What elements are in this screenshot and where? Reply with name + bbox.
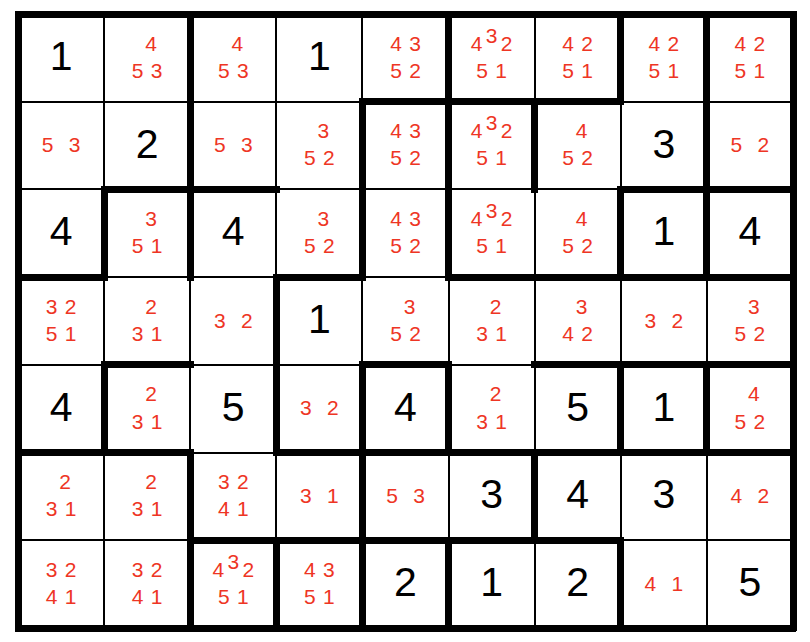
region-border — [531, 537, 624, 544]
cell-r6c4[interactable]: 31 — [276, 453, 362, 541]
given-value: 3 — [621, 123, 707, 164]
candidate-row: 42 — [621, 32, 707, 56]
candidate-row: 4 — [190, 32, 276, 56]
candidate-digit: 3 — [299, 484, 312, 508]
region-border — [359, 537, 366, 632]
region-border — [445, 449, 538, 456]
candidate-row: 43 — [362, 32, 448, 56]
cell-r3c8[interactable]: 1 — [621, 189, 707, 277]
candidate-digit: 3 — [317, 207, 330, 231]
cell-r4c2[interactable]: 231 — [104, 277, 190, 365]
region-border — [15, 537, 22, 632]
cell-r3c4[interactable]: 352 — [276, 189, 362, 277]
given-value: 4 — [362, 387, 448, 428]
candidate-digit: 5 — [476, 234, 489, 258]
region-border — [359, 98, 452, 105]
candidate-digit: 3 — [68, 133, 81, 157]
cell-r6c2[interactable]: 231 — [104, 453, 190, 541]
candidate-row: 52 — [707, 322, 793, 346]
candidate-digit: 2 — [236, 470, 249, 494]
cell-r1c5[interactable]: 4352 — [362, 14, 448, 102]
region-border — [273, 537, 280, 632]
candidate-row: 43 — [362, 207, 448, 231]
candidate-row: 32 — [18, 295, 104, 319]
region-border — [359, 98, 366, 193]
region-border — [187, 98, 194, 193]
cell-r5c1[interactable]: 4 — [18, 365, 104, 453]
cell-r3c5[interactable]: 4352 — [362, 189, 448, 277]
candidate-digit: 3 — [213, 309, 226, 333]
cell-r2c1[interactable]: 53 — [18, 102, 104, 190]
region-border — [790, 98, 797, 193]
cell-r6c9[interactable]: 42 — [707, 453, 793, 541]
candidate-digit: 1 — [64, 322, 77, 346]
candidate-digit: 1 — [150, 497, 163, 521]
cell-r4c8[interactable]: 32 — [621, 277, 707, 365]
candidate-digit: 4 — [470, 207, 483, 231]
region-border — [617, 537, 624, 632]
candidate-row: 432 — [190, 558, 276, 582]
region-border — [15, 11, 22, 106]
region-border — [617, 361, 624, 456]
region-border — [445, 625, 538, 632]
region-border — [531, 449, 624, 456]
candidate-row: 2 — [104, 295, 190, 319]
region-border — [703, 361, 796, 368]
cell-r1c3[interactable]: 453 — [190, 14, 276, 102]
region-border — [703, 449, 796, 456]
cell-r4c7[interactable]: 342 — [535, 277, 621, 365]
cell-r4c9[interactable]: 352 — [707, 277, 793, 365]
given-value: 2 — [362, 562, 448, 603]
candidate-digit: 3 — [131, 322, 144, 346]
region-border — [101, 186, 194, 193]
candidate-digit: 2 — [489, 295, 502, 319]
cell-r1c2[interactable]: 453 — [104, 14, 190, 102]
candidate-row: 52 — [276, 146, 362, 170]
cell-r5c6[interactable]: 231 — [449, 365, 535, 453]
cell-r7c9[interactable]: 5 — [707, 540, 793, 628]
candidate-digit: 3 — [476, 410, 489, 434]
region-border — [187, 625, 280, 632]
candidate-row: 41 — [18, 585, 104, 609]
cell-r6c1[interactable]: 231 — [18, 453, 104, 541]
cell-r7c7[interactable]: 2 — [535, 540, 621, 628]
candidate-digit: 5 — [389, 322, 402, 346]
region-border — [15, 98, 22, 193]
candidate-digit: 3 — [322, 558, 335, 582]
region-border — [445, 98, 452, 193]
region-border — [531, 274, 624, 281]
cell-r7c1[interactable]: 3241 — [18, 540, 104, 628]
cell-r2c6[interactable]: 43251 — [449, 102, 535, 190]
candidate-digit: 3 — [45, 497, 58, 521]
region-border — [445, 11, 538, 18]
given-value: 1 — [621, 211, 707, 252]
cell-r3c3[interactable]: 4 — [190, 189, 276, 277]
cell-r2c2[interactable]: 2 — [104, 102, 190, 190]
candidate-digit: 3 — [217, 470, 230, 494]
candidate-digit: 5 — [389, 234, 402, 258]
candidate-digit: 3 — [131, 497, 144, 521]
region-border — [15, 11, 108, 18]
given-value: 4 — [707, 211, 793, 252]
candidate-row: 52 — [362, 322, 448, 346]
region-border — [359, 625, 452, 632]
candidate-digit: 2 — [753, 32, 766, 56]
candidate-digit: 3 — [575, 295, 588, 319]
candidate-digit: 1 — [667, 59, 680, 83]
region-border — [187, 186, 280, 193]
candidate-digit: 4 — [389, 207, 402, 231]
candidate-row: 51 — [449, 234, 535, 258]
candidate-digit: 4 — [212, 558, 225, 582]
cell-r3c9[interactable]: 4 — [707, 189, 793, 277]
candidate-digit: 3 — [227, 550, 240, 574]
candidate-digit: 2 — [408, 234, 421, 258]
candidate-digit: 5 — [303, 585, 316, 609]
candidate-row: 42 — [707, 484, 793, 508]
region-border — [703, 186, 710, 281]
candidate-digit: 2 — [242, 558, 255, 582]
candidate-digit: 4 — [389, 32, 402, 56]
given-value: 5 — [707, 562, 793, 603]
candidate-digit: 2 — [322, 146, 335, 170]
region-border — [359, 11, 452, 18]
candidate-digit: 5 — [476, 59, 489, 83]
suguru-board: 1453453143524325142514251425153253352435… — [18, 14, 793, 628]
candidate-digit: 5 — [562, 59, 575, 83]
given-value: 4 — [535, 474, 621, 515]
candidate-row: 51 — [276, 585, 362, 609]
candidate-digit: 5 — [303, 146, 316, 170]
cell-r4c6[interactable]: 231 — [449, 277, 535, 365]
candidate-digit: 4 — [389, 119, 402, 143]
candidate-digit: 4 — [575, 119, 588, 143]
cell-r1c8[interactable]: 4251 — [621, 14, 707, 102]
candidate-digit: 3 — [747, 295, 760, 319]
candidate-digit: 5 — [648, 59, 661, 83]
cell-r7c6[interactable]: 1 — [449, 540, 535, 628]
candidate-digit: 2 — [408, 59, 421, 83]
cell-r4c3[interactable]: 32 — [190, 277, 276, 365]
candidate-row: 31 — [104, 410, 190, 434]
candidate-digit: 4 — [217, 497, 230, 521]
candidate-row: 432 — [449, 207, 535, 231]
candidate-row: 32 — [621, 309, 707, 333]
candidate-digit: 3 — [412, 484, 425, 508]
region-border — [531, 449, 538, 544]
candidate-digit: 2 — [64, 295, 77, 319]
candidate-row: 31 — [449, 410, 535, 434]
given-value: 3 — [621, 474, 707, 515]
region-border — [531, 11, 624, 18]
region-border — [703, 274, 796, 281]
candidate-digit: 3 — [45, 295, 58, 319]
cell-r4c5[interactable]: 352 — [362, 277, 448, 365]
cell-r1c1[interactable]: 1 — [18, 14, 104, 102]
region-border — [617, 449, 710, 456]
candidate-digit: 4 — [734, 32, 747, 56]
cell-r6c3[interactable]: 3241 — [190, 453, 276, 541]
candidate-row: 51 — [190, 585, 276, 609]
candidate-row: 51 — [104, 234, 190, 258]
cell-r5c2[interactable]: 231 — [104, 365, 190, 453]
candidate-digit: 3 — [485, 24, 498, 48]
region-border — [359, 449, 452, 456]
puzzle-screenshot: 1453453143524325142514251425153253352435… — [0, 0, 810, 642]
cell-r1c6[interactable]: 43251 — [449, 14, 535, 102]
region-border — [15, 361, 22, 456]
region-border — [445, 274, 538, 281]
candidate-digit: 2 — [145, 470, 158, 494]
candidate-digit: 2 — [408, 146, 421, 170]
cell-r7c3[interactable]: 43251 — [190, 540, 276, 628]
candidate-digit: 5 — [131, 59, 144, 83]
cell-r6c8[interactable]: 3 — [621, 453, 707, 541]
candidate-row: 3 — [362, 295, 448, 319]
cell-r7c8[interactable]: 41 — [621, 540, 707, 628]
candidate-digit: 2 — [581, 146, 594, 170]
candidate-digit: 3 — [150, 59, 163, 83]
region-border — [617, 186, 624, 281]
candidate-row: 52 — [276, 234, 362, 258]
candidate-row: 32 — [18, 558, 104, 582]
cell-r6c5[interactable]: 53 — [362, 453, 448, 541]
candidate-row: 3 — [276, 207, 362, 231]
candidate-digit: 4 — [303, 558, 316, 582]
given-value: 3 — [449, 474, 535, 515]
region-border — [445, 537, 452, 632]
region-border — [531, 98, 624, 105]
candidate-digit: 5 — [730, 133, 743, 157]
candidate-row: 52 — [535, 146, 621, 170]
cell-r3c6[interactable]: 43251 — [449, 189, 535, 277]
region-border — [617, 625, 710, 632]
cell-r2c3[interactable]: 53 — [190, 102, 276, 190]
candidate-row: 3 — [104, 207, 190, 231]
candidate-row: 52 — [362, 59, 448, 83]
cell-r6c7[interactable]: 4 — [535, 453, 621, 541]
candidate-digit: 1 — [753, 59, 766, 83]
cell-r1c7[interactable]: 4251 — [535, 14, 621, 102]
candidate-row: 42 — [707, 32, 793, 56]
cell-r5c7[interactable]: 5 — [535, 365, 621, 453]
candidate-digit: 2 — [753, 322, 766, 346]
cell-r2c8[interactable]: 3 — [621, 102, 707, 190]
cell-r2c7[interactable]: 452 — [535, 102, 621, 190]
candidate-row: 3 — [276, 119, 362, 143]
candidate-digit: 4 — [470, 119, 483, 143]
candidate-digit: 4 — [145, 32, 158, 56]
candidate-row: 52 — [707, 133, 793, 157]
cell-r5c3[interactable]: 5 — [190, 365, 276, 453]
candidate-row: 32 — [190, 470, 276, 494]
cell-r5c5[interactable]: 4 — [362, 365, 448, 453]
region-border — [790, 537, 797, 632]
candidate-row: 3 — [707, 295, 793, 319]
candidate-digit: 5 — [303, 234, 316, 258]
candidate-row: 42 — [535, 322, 621, 346]
candidate-digit: 2 — [150, 558, 163, 582]
region-border — [703, 11, 796, 18]
candidate-digit: 4 — [644, 572, 657, 596]
candidate-digit: 2 — [322, 234, 335, 258]
region-border — [101, 186, 108, 281]
candidate-digit: 3 — [45, 558, 58, 582]
candidate-row: 51 — [449, 146, 535, 170]
candidate-digit: 4 — [730, 484, 743, 508]
region-border — [101, 361, 194, 368]
region-border — [101, 625, 194, 632]
cell-r4c1[interactable]: 3251 — [18, 277, 104, 365]
cell-r7c2[interactable]: 3241 — [104, 540, 190, 628]
candidate-digit: 1 — [150, 410, 163, 434]
candidate-row: 51 — [621, 59, 707, 83]
candidate-row: 51 — [707, 59, 793, 83]
candidate-digit: 3 — [131, 558, 144, 582]
given-value: 5 — [535, 387, 621, 428]
candidate-digit: 3 — [644, 309, 657, 333]
region-border — [790, 11, 797, 106]
cell-r2c5[interactable]: 4352 — [362, 102, 448, 190]
cell-r3c7[interactable]: 452 — [535, 189, 621, 277]
candidate-digit: 5 — [734, 59, 747, 83]
given-value: 4 — [18, 211, 104, 252]
candidate-row: 432 — [449, 32, 535, 56]
candidate-row: 43 — [276, 558, 362, 582]
cell-r1c4[interactable]: 1 — [276, 14, 362, 102]
candidate-row: 31 — [449, 322, 535, 346]
candidate-digit: 2 — [64, 558, 77, 582]
candidate-digit: 5 — [217, 59, 230, 83]
candidate-digit: 3 — [145, 207, 158, 231]
candidate-digit: 5 — [131, 234, 144, 258]
cell-r1c9[interactable]: 4251 — [707, 14, 793, 102]
candidate-digit: 3 — [299, 396, 312, 420]
cell-r5c4[interactable]: 32 — [276, 365, 362, 453]
region-border — [273, 11, 366, 18]
candidate-row: 432 — [449, 119, 535, 143]
region-border — [15, 274, 108, 281]
given-value: 1 — [18, 36, 104, 77]
candidate-digit: 2 — [59, 470, 72, 494]
region-border — [15, 186, 22, 281]
candidate-digit: 3 — [240, 133, 253, 157]
given-value: 1 — [621, 387, 707, 428]
candidate-digit: 1 — [236, 497, 249, 521]
region-border — [187, 11, 194, 106]
candidate-digit: 3 — [403, 295, 416, 319]
candidate-row: 32 — [276, 396, 362, 420]
candidate-digit: 1 — [64, 497, 77, 521]
candidate-digit: 5 — [213, 133, 226, 157]
candidate-digit: 1 — [326, 484, 339, 508]
candidate-digit: 3 — [408, 207, 421, 231]
candidate-digit: 1 — [150, 234, 163, 258]
candidate-row: 52 — [707, 410, 793, 434]
cell-r3c1[interactable]: 4 — [18, 189, 104, 277]
candidate-row: 2 — [449, 382, 535, 406]
candidate-digit: 2 — [408, 322, 421, 346]
candidate-row: 41 — [104, 585, 190, 609]
cell-r7c5[interactable]: 2 — [362, 540, 448, 628]
region-border — [445, 361, 452, 456]
candidate-row: 2 — [18, 470, 104, 494]
region-border — [445, 11, 452, 106]
candidate-digit: 2 — [671, 309, 684, 333]
given-value: 2 — [104, 123, 190, 164]
candidate-digit: 5 — [217, 585, 230, 609]
candidate-row: 4 — [104, 32, 190, 56]
candidate-row: 31 — [276, 484, 362, 508]
candidate-digit: 2 — [145, 295, 158, 319]
region-border — [617, 274, 710, 281]
region-border — [790, 274, 797, 369]
grid-line — [103, 14, 105, 628]
candidate-row: 53 — [104, 59, 190, 83]
given-value: 1 — [276, 36, 362, 77]
candidate-row: 53 — [190, 133, 276, 157]
given-value: 4 — [190, 211, 276, 252]
given-value: 4 — [18, 387, 104, 428]
candidate-digit: 3 — [131, 410, 144, 434]
candidate-row: 52 — [362, 234, 448, 258]
candidate-digit: 4 — [470, 32, 483, 56]
region-border — [703, 625, 796, 632]
region-border — [703, 98, 710, 193]
candidate-row: 41 — [190, 497, 276, 521]
cell-r2c9[interactable]: 52 — [707, 102, 793, 190]
candidate-row: 4 — [535, 119, 621, 143]
cell-r2c4[interactable]: 352 — [276, 102, 362, 190]
region-border — [359, 449, 366, 544]
candidate-row: 52 — [535, 234, 621, 258]
candidate-row: 53 — [18, 133, 104, 157]
region-border — [273, 274, 280, 369]
candidate-digit: 5 — [476, 146, 489, 170]
candidate-digit: 4 — [562, 32, 575, 56]
cell-r5c8[interactable]: 1 — [621, 365, 707, 453]
region-border — [617, 186, 710, 193]
candidate-digit: 2 — [581, 32, 594, 56]
cell-r4c4[interactable]: 1 — [276, 277, 362, 365]
region-border — [790, 186, 797, 281]
cell-r7c4[interactable]: 4351 — [276, 540, 362, 628]
region-border — [273, 537, 366, 544]
candidate-digit: 2 — [240, 309, 253, 333]
region-border — [531, 361, 624, 368]
candidate-digit: 4 — [231, 32, 244, 56]
cell-r6c6[interactable]: 3 — [449, 453, 535, 541]
candidate-digit: 4 — [562, 322, 575, 346]
candidate-digit: 1 — [495, 59, 508, 83]
cell-r3c2[interactable]: 351 — [104, 189, 190, 277]
region-border — [273, 274, 366, 281]
candidate-row: 51 — [535, 59, 621, 83]
region-border — [15, 625, 108, 632]
candidate-row: 51 — [18, 322, 104, 346]
region-border — [703, 186, 796, 193]
candidate-digit: 2 — [145, 382, 158, 406]
cell-r5c9[interactable]: 452 — [707, 365, 793, 453]
region-border — [101, 361, 108, 456]
candidate-row: 4 — [535, 207, 621, 231]
region-border — [15, 449, 108, 456]
given-value: 2 — [535, 562, 621, 603]
candidate-row: 53 — [362, 484, 448, 508]
candidate-row: 52 — [362, 146, 448, 170]
